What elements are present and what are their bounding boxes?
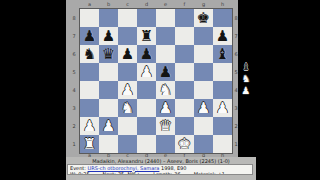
white-pawn: ♟ [102, 117, 115, 135]
square-h7: ♟ [213, 27, 232, 45]
rank-label-2: 2 [71, 124, 77, 129]
square-f2 [175, 117, 194, 135]
white-knight: ♞ [242, 74, 251, 84]
rank-label-7: 7 [233, 34, 239, 39]
white-pawn: ♟ [242, 86, 251, 96]
file-label-f: f [175, 2, 194, 7]
square-g3: ♟ [194, 99, 213, 117]
white-pawn: ♟ [121, 81, 134, 99]
white-pawn: ♟ [140, 63, 153, 81]
rank-label-4: 4 [233, 88, 239, 93]
file-label-a: a [80, 2, 99, 7]
rank-label-7: 7 [71, 34, 77, 39]
square-a4 [80, 81, 99, 99]
black-rook: ♜ [140, 27, 153, 45]
next-value: 35. Nf6+ [118, 171, 140, 176]
rank-labels-right: 87654321 [233, 9, 239, 153]
square-a2: ♟ [80, 117, 99, 135]
square-a7: ♟ [80, 27, 99, 45]
square-f3 [175, 99, 194, 117]
captured-material-tray: ♝♞♟ [240, 62, 252, 96]
white-knight: ♞ [121, 99, 134, 117]
square-g7 [194, 27, 213, 45]
square-f4 [175, 81, 194, 99]
square-b4 [99, 81, 118, 99]
black-pawn: ♟ [140, 45, 153, 63]
square-f7 [175, 27, 194, 45]
file-label-h: h [213, 2, 232, 7]
square-e3: ♟ [156, 99, 175, 117]
black-pawn: ♟ [83, 27, 96, 45]
status-line: W:0:25 Next:35. Nf6+ Length:36 Material:… [70, 172, 250, 176]
square-d2 [137, 117, 156, 135]
white-pawn: ♟ [83, 117, 96, 135]
square-b6: ♛ [99, 45, 118, 63]
rank-label-5: 5 [233, 70, 239, 75]
square-c4: ♟ [118, 81, 137, 99]
material-value: +1 [218, 171, 225, 176]
white-pawn: ♟ [159, 99, 172, 117]
rank-label-2: 2 [233, 124, 239, 129]
clock-label: W: [70, 171, 76, 176]
square-d6: ♟ [137, 45, 156, 63]
square-g1 [194, 135, 213, 153]
rank-label-8: 8 [71, 16, 77, 21]
white-knight: ♞ [159, 81, 172, 99]
next-label: Next: [103, 171, 116, 176]
rank-label-3: 3 [71, 106, 77, 111]
square-h8 [213, 9, 232, 27]
black-pawn: ♟ [121, 45, 134, 63]
clock-field: W:0:25 [70, 172, 90, 176]
square-e8 [156, 9, 175, 27]
square-e1 [156, 135, 175, 153]
square-g5 [194, 63, 213, 81]
white-queen: ♛ [159, 117, 172, 135]
square-f5 [175, 63, 194, 81]
square-c3: ♞ [118, 99, 137, 117]
square-c6: ♟ [118, 45, 137, 63]
square-h5 [213, 63, 232, 81]
square-e6 [156, 45, 175, 63]
caption-bar: Madaikin, Alexandru (2440) – Aseev, Bori… [66, 157, 256, 180]
white-pawn: ♟ [197, 99, 210, 117]
material-field: Material:+1 [194, 172, 225, 176]
rank-label-5: 5 [71, 70, 77, 75]
length-value: 36 [174, 171, 180, 176]
square-d5: ♟ [137, 63, 156, 81]
square-a8 [80, 9, 99, 27]
rank-label-6: 6 [233, 52, 239, 57]
square-d3 [137, 99, 156, 117]
square-d1 [137, 135, 156, 153]
square-h2 [213, 117, 232, 135]
black-knight: ♞ [83, 45, 96, 63]
square-e4: ♞ [156, 81, 175, 99]
next-move-field: Next:35. Nf6+ [103, 172, 141, 176]
file-label-e: e [156, 2, 175, 7]
square-a3 [80, 99, 99, 117]
rank-labels-left: 87654321 [71, 9, 77, 153]
material-label: Material: [194, 171, 216, 176]
file-label-d: d [137, 2, 156, 7]
square-g4 [194, 81, 213, 99]
square-h6: ♝ [213, 45, 232, 63]
rank-label-3: 3 [233, 106, 239, 111]
video-frame: { "game": "chess", "position": { "fen": … [0, 0, 320, 180]
square-h4 [213, 81, 232, 99]
white-pawn: ♟ [216, 99, 229, 117]
square-d8 [137, 9, 156, 27]
square-g6 [194, 45, 213, 63]
square-a6: ♞ [80, 45, 99, 63]
file-labels-top: abcdefgh [80, 2, 232, 7]
square-c1 [118, 135, 137, 153]
square-g8: ♚ [194, 9, 213, 27]
rank-label-1: 1 [71, 142, 77, 147]
square-b1 [99, 135, 118, 153]
square-c8 [118, 9, 137, 27]
rank-label-6: 6 [71, 52, 77, 57]
file-label-b: b [99, 2, 118, 7]
square-c7 [118, 27, 137, 45]
black-king: ♚ [197, 9, 210, 27]
square-c5 [118, 63, 137, 81]
square-a1: ♜ [80, 135, 99, 153]
square-e5: ♟ [156, 63, 175, 81]
white-rook: ♜ [83, 135, 96, 153]
square-d7: ♜ [137, 27, 156, 45]
rank-label-4: 4 [71, 88, 77, 93]
clock-value: 0:25 [78, 171, 89, 176]
game-info-box: Event: URS-ch otborochnyi, Samara 1998, … [67, 164, 253, 175]
square-g2 [194, 117, 213, 135]
square-f1: ♚ [175, 135, 194, 153]
square-e2: ♛ [156, 117, 175, 135]
black-pawn: ♟ [159, 63, 172, 81]
square-a5 [80, 63, 99, 81]
black-bishop: ♝ [242, 62, 251, 72]
square-e7 [156, 27, 175, 45]
black-bishop: ♝ [216, 45, 229, 63]
rank-label-8: 8 [233, 16, 239, 21]
square-h3: ♟ [213, 99, 232, 117]
rank-label-1: 1 [233, 142, 239, 147]
file-label-c: c [118, 2, 137, 7]
square-b2: ♟ [99, 117, 118, 135]
length-field: Length:36 [153, 172, 180, 176]
square-b3 [99, 99, 118, 117]
length-label: Length: [153, 171, 172, 176]
board: ♚♟♟♜♟♞♛♟♟♝♟♟♟♞♞♟♟♟♟♟♛♜♚ [79, 8, 233, 154]
square-c2 [118, 117, 137, 135]
black-queen: ♛ [102, 45, 115, 63]
file-label-g: g [194, 2, 213, 7]
event-suffix: 1998, E90 [159, 165, 186, 171]
black-pawn: ♟ [102, 27, 115, 45]
black-pawn: ♟ [216, 27, 229, 45]
square-b7: ♟ [99, 27, 118, 45]
square-f8 [175, 9, 194, 27]
square-f6 [175, 45, 194, 63]
square-b8 [99, 9, 118, 27]
white-king: ♚ [178, 135, 191, 153]
square-b5 [99, 63, 118, 81]
square-d4 [137, 81, 156, 99]
square-h1 [213, 135, 232, 153]
